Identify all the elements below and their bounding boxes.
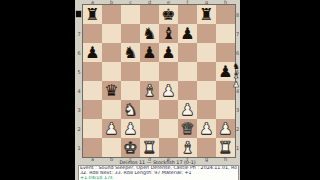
square-h6[interactable] xyxy=(216,43,235,62)
square-f2[interactable]: ♛ xyxy=(178,119,197,138)
square-f6[interactable] xyxy=(178,43,197,62)
square-e1[interactable] xyxy=(159,138,178,157)
material-imbalance-tray: ♞♝♟ xyxy=(232,62,240,89)
square-f4[interactable] xyxy=(178,81,197,100)
white-bishop: ♝ xyxy=(178,138,197,157)
tray-black-knight-icon: ♞ xyxy=(232,62,239,71)
black-rook: ♜ xyxy=(197,5,216,24)
square-h2[interactable]: ♟ xyxy=(216,119,235,138)
square-c5[interactable] xyxy=(121,62,140,81)
square-f7[interactable]: ♟ xyxy=(178,24,197,43)
square-g1[interactable] xyxy=(197,138,216,157)
square-h3[interactable] xyxy=(216,100,235,119)
square-a2[interactable] xyxy=(83,119,102,138)
white-rook: ♜ xyxy=(216,138,235,157)
square-d1[interactable]: ♜ xyxy=(140,138,159,157)
rank-label-2: 2 xyxy=(75,119,83,138)
chess-board: ♜♚♜♞♝♟♟♞♟♟♟♛♝♟♞♟♟♟♛♟♟♚♜♝♜ xyxy=(83,5,235,157)
white-pawn: ♟ xyxy=(159,81,178,100)
rank-label-6: 6 xyxy=(235,43,240,62)
tray-white-bishop-icon: ♝ xyxy=(232,71,239,80)
square-d8[interactable] xyxy=(140,5,159,24)
rank-label-5: 5 xyxy=(75,62,83,81)
square-g6[interactable] xyxy=(197,43,216,62)
white-knight: ♞ xyxy=(121,100,140,119)
white-pawn: ♟ xyxy=(102,119,121,138)
square-d5[interactable] xyxy=(140,62,159,81)
white-pawn: ♟ xyxy=(197,119,216,138)
square-g3[interactable] xyxy=(197,100,216,119)
square-e6[interactable]: ♟ xyxy=(159,43,178,62)
square-f3[interactable]: ♟ xyxy=(178,100,197,119)
black-pawn: ♟ xyxy=(178,24,197,43)
white-king: ♚ xyxy=(121,138,140,157)
square-a5[interactable] xyxy=(83,62,102,81)
square-f8[interactable] xyxy=(178,5,197,24)
square-c6[interactable]: ♞ xyxy=(121,43,140,62)
square-b5[interactable] xyxy=(102,62,121,81)
info-panel: Event : Sound Sleeper, Open Defense, Cas… xyxy=(78,165,239,180)
square-d4[interactable]: ♝ xyxy=(140,81,159,100)
black-king: ♚ xyxy=(159,5,178,24)
square-d7[interactable]: ♞ xyxy=(140,24,159,43)
square-h7[interactable] xyxy=(216,24,235,43)
square-a1[interactable] xyxy=(83,138,102,157)
black-pawn: ♟ xyxy=(140,43,159,62)
rank-labels-left: 7654321 xyxy=(75,5,83,157)
screenshot-stage: abcdefgh ♜♚♜♞♝♟♟♞♟♟♟♛♝♟♞♟♟♟♛♟♟♚♜♝♜ 76543… xyxy=(0,0,320,180)
square-b6[interactable] xyxy=(102,43,121,62)
black-knight: ♞ xyxy=(121,43,140,62)
square-c4[interactable] xyxy=(121,81,140,100)
square-d3[interactable] xyxy=(140,100,159,119)
white-queen: ♛ xyxy=(178,119,197,138)
square-g2[interactable]: ♟ xyxy=(197,119,216,138)
chess-panel: abcdefgh ♜♚♜♞♝♟♟♞♟♟♟♛♝♟♞♟♟♟♛♟♟♚♜♝♜ 76543… xyxy=(75,0,240,180)
black-queen: ♛ xyxy=(102,81,121,100)
square-e4[interactable]: ♟ xyxy=(159,81,178,100)
white-bishop: ♝ xyxy=(140,81,159,100)
square-b4[interactable]: ♛ xyxy=(102,81,121,100)
square-d2[interactable] xyxy=(140,119,159,138)
black-rook: ♜ xyxy=(83,5,102,24)
square-e5[interactable] xyxy=(159,62,178,81)
square-a4[interactable] xyxy=(83,81,102,100)
rank-label-1: 1 xyxy=(75,138,83,157)
rank-label-4: 4 xyxy=(75,81,83,100)
rank-label-6: 6 xyxy=(75,43,83,62)
rank-label-1: 1 xyxy=(235,138,240,157)
square-a8[interactable]: ♜ xyxy=(83,5,102,24)
square-b1[interactable] xyxy=(102,138,121,157)
square-e8[interactable]: ♚ xyxy=(159,5,178,24)
square-b3[interactable] xyxy=(102,100,121,119)
square-a6[interactable]: ♟ xyxy=(83,43,102,62)
rank-label-8: 8 xyxy=(235,5,240,24)
square-g8[interactable]: ♜ xyxy=(197,5,216,24)
square-e7[interactable]: ♝ xyxy=(159,24,178,43)
square-g4[interactable] xyxy=(197,81,216,100)
black-pawn: ♟ xyxy=(83,43,102,62)
white-pawn: ♟ xyxy=(216,119,235,138)
white-rook: ♜ xyxy=(140,138,159,157)
square-b2[interactable]: ♟ xyxy=(102,119,121,138)
rank-label-3: 3 xyxy=(235,100,240,119)
left-letterbox xyxy=(0,0,75,180)
square-c7[interactable] xyxy=(121,24,140,43)
square-c3[interactable]: ♞ xyxy=(121,100,140,119)
white-pawn: ♟ xyxy=(121,119,140,138)
rank-label-8 xyxy=(75,5,83,24)
square-b8[interactable] xyxy=(102,5,121,24)
square-c1[interactable]: ♚ xyxy=(121,138,140,157)
tray-white-pawn-icon: ♟ xyxy=(232,80,239,89)
square-c2[interactable]: ♟ xyxy=(121,119,140,138)
square-h1[interactable]: ♜ xyxy=(216,138,235,157)
black-bishop: ♝ xyxy=(159,24,178,43)
square-f5[interactable] xyxy=(178,62,197,81)
right-letterbox xyxy=(240,0,320,180)
square-e2[interactable] xyxy=(159,119,178,138)
square-g5[interactable] xyxy=(197,62,216,81)
engine-eval-line: +1.04/18 17s xyxy=(80,176,237,180)
square-d6[interactable]: ♟ xyxy=(140,43,159,62)
rank-label-2: 2 xyxy=(235,119,240,138)
square-a3[interactable] xyxy=(83,100,102,119)
rank-label-7: 7 xyxy=(75,24,83,43)
black-pawn: ♟ xyxy=(159,43,178,62)
square-c8[interactable] xyxy=(121,5,140,24)
square-g7[interactable] xyxy=(197,24,216,43)
square-e3[interactable] xyxy=(159,100,178,119)
square-a7[interactable] xyxy=(83,24,102,43)
square-b7[interactable] xyxy=(102,24,121,43)
square-f1[interactable]: ♝ xyxy=(178,138,197,157)
black-knight: ♞ xyxy=(140,24,159,43)
white-pawn: ♟ xyxy=(178,100,197,119)
square-h8[interactable] xyxy=(216,5,235,24)
rank-label-3: 3 xyxy=(75,100,83,119)
rank-label-7: 7 xyxy=(235,24,240,43)
